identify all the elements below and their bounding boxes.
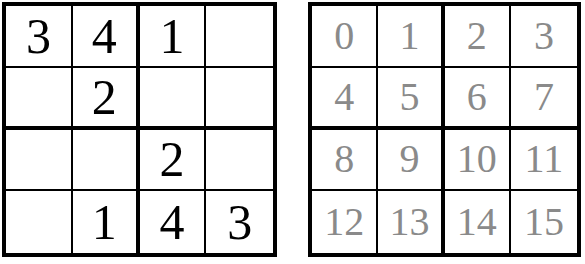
cell-index-board: 0 1 2 3 4 5 6 7 8 9 10 11 12 13 14 15 <box>308 2 581 257</box>
index-cell-9: 9 <box>378 130 444 192</box>
sudoku-cell-r3c3[interactable]: 2 <box>140 130 207 192</box>
sudoku-cell-r2c4[interactable] <box>206 68 273 130</box>
index-cell-6: 6 <box>445 68 511 130</box>
index-cell-5: 5 <box>378 68 444 130</box>
index-cell-15: 15 <box>511 191 577 253</box>
index-cell-10: 10 <box>445 130 511 192</box>
sudoku-cell-r2c2[interactable]: 2 <box>73 68 140 130</box>
index-cell-12: 12 <box>312 191 378 253</box>
index-cell-8: 8 <box>312 130 378 192</box>
sudoku-screenshot: 3 4 1 2 2 1 4 3 0 1 2 3 4 5 6 7 8 9 10 1… <box>0 0 585 264</box>
sudoku-cell-r1c4[interactable] <box>206 6 273 68</box>
index-cell-13: 13 <box>378 191 444 253</box>
index-cell-0: 0 <box>312 6 378 68</box>
sudoku-cell-r1c2[interactable]: 4 <box>73 6 140 68</box>
index-cell-1: 1 <box>378 6 444 68</box>
index-cell-4: 4 <box>312 68 378 130</box>
index-cell-3: 3 <box>511 6 577 68</box>
sudoku-board: 3 4 1 2 2 1 4 3 <box>2 2 277 257</box>
sudoku-cell-r4c3[interactable]: 4 <box>140 191 207 253</box>
sudoku-cell-r2c3[interactable] <box>140 68 207 130</box>
sudoku-cell-r2c1[interactable] <box>6 68 73 130</box>
sudoku-cell-r1c1[interactable]: 3 <box>6 6 73 68</box>
sudoku-cell-r4c2[interactable]: 1 <box>73 191 140 253</box>
index-cell-2: 2 <box>445 6 511 68</box>
index-cell-14: 14 <box>445 191 511 253</box>
sudoku-cell-r3c2[interactable] <box>73 130 140 192</box>
sudoku-cell-r4c1[interactable] <box>6 191 73 253</box>
sudoku-cell-r3c1[interactable] <box>6 130 73 192</box>
index-cell-7: 7 <box>511 68 577 130</box>
sudoku-cell-r3c4[interactable] <box>206 130 273 192</box>
sudoku-cell-r4c4[interactable]: 3 <box>206 191 273 253</box>
index-cell-11: 11 <box>511 130 577 192</box>
sudoku-cell-r1c3[interactable]: 1 <box>140 6 207 68</box>
